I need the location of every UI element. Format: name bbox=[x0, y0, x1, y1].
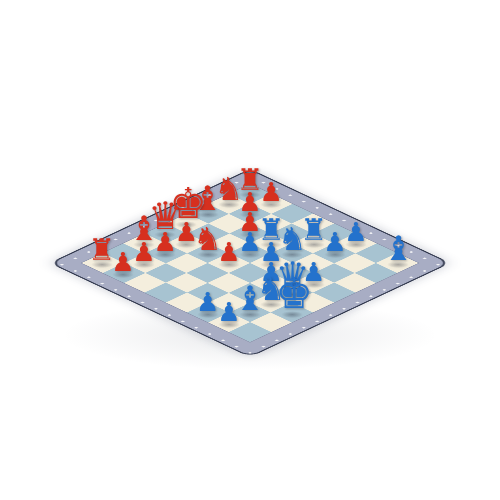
product-photo-scene: ♜♝♛♚♝♞♜♟♟♟♟♟♟♞♟♟♟♜♟♞♜♟♟♟♟♟♝♞♛♟♚♝ bbox=[0, 0, 500, 500]
